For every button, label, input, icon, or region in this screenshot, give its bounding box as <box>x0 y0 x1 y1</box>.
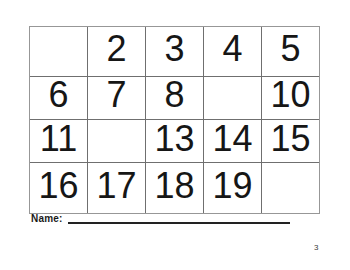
empty-cell-r3c2[interactable] <box>88 120 145 162</box>
number-cell-r1c3: 3 <box>146 27 203 76</box>
number-cell-r4c1: 16 <box>30 163 87 213</box>
number-cell-r1c2: 2 <box>88 27 145 76</box>
empty-cell-r1c1[interactable] <box>30 27 87 76</box>
number-grid: 2345678101113141516171819 <box>29 26 320 214</box>
number-cell-r1c4: 4 <box>204 27 261 76</box>
name-label: Name: <box>31 213 63 224</box>
name-row: Name: <box>31 213 290 224</box>
number-cell-r2c5: 10 <box>262 77 319 119</box>
number-cell-r2c1: 6 <box>30 77 87 119</box>
number-cell-r3c1: 11 <box>30 120 87 162</box>
number-cell-r4c3: 18 <box>146 163 203 213</box>
number-cell-r3c3: 13 <box>146 120 203 162</box>
page-number: 3 <box>314 243 318 252</box>
number-cell-r2c3: 8 <box>146 77 203 119</box>
name-write-in-line[interactable] <box>68 214 290 224</box>
number-cell-r1c5: 5 <box>262 27 319 76</box>
number-cell-r2c2: 7 <box>88 77 145 119</box>
number-cell-r4c2: 17 <box>88 163 145 213</box>
number-cell-r3c5: 15 <box>262 120 319 162</box>
number-cell-r3c4: 14 <box>204 120 261 162</box>
empty-cell-r2c4[interactable] <box>204 77 261 119</box>
empty-cell-r4c5[interactable] <box>262 163 319 213</box>
worksheet-page: 2345678101113141516171819 Name: 3 <box>0 0 350 270</box>
number-cell-r4c4: 19 <box>204 163 261 213</box>
